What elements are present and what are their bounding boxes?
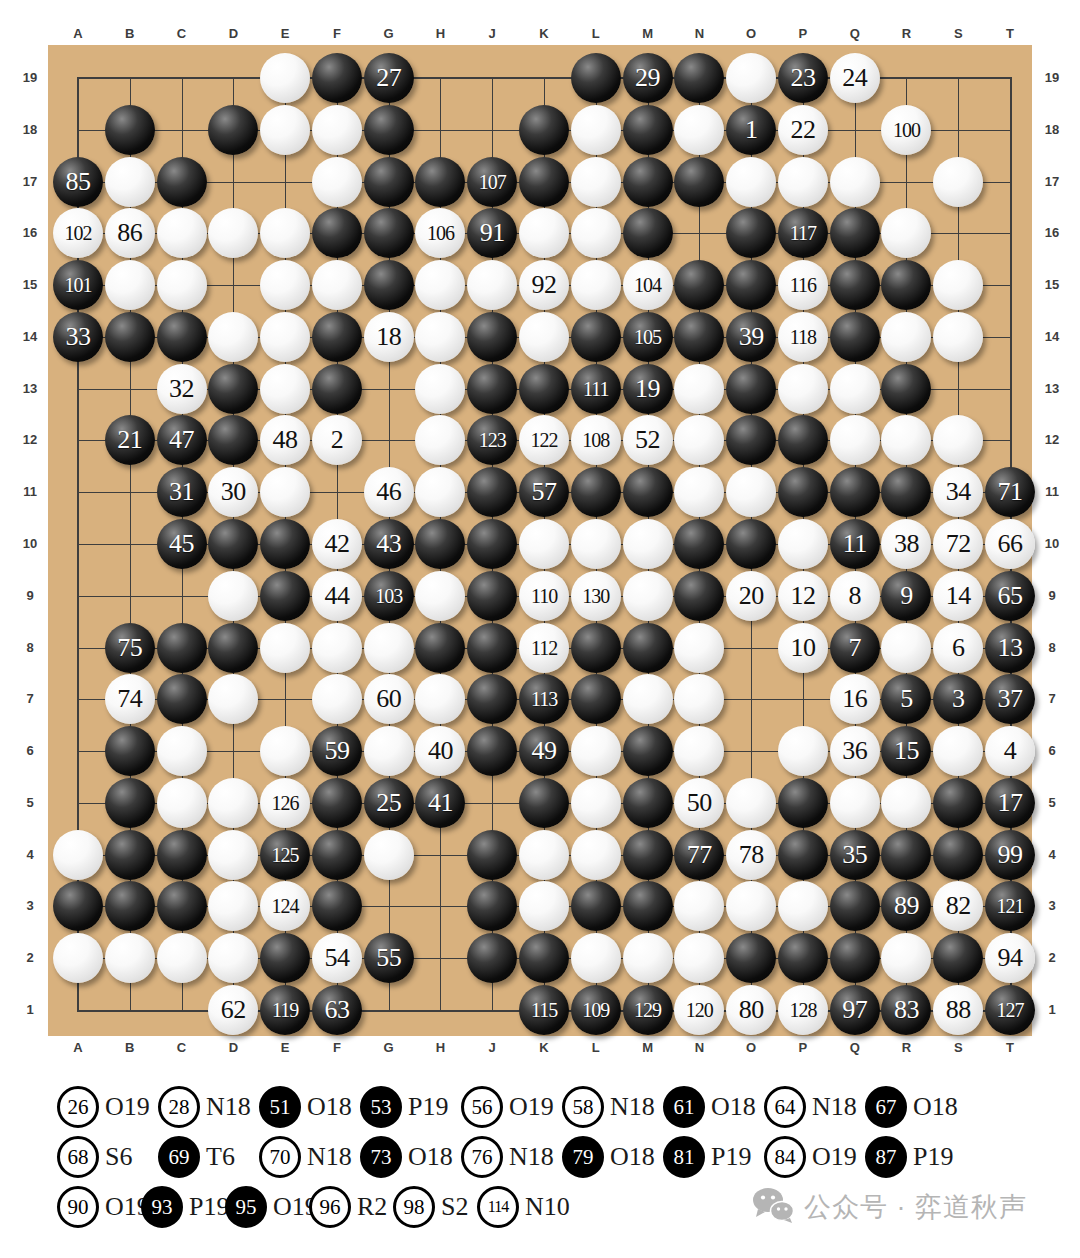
stone-C17 [157,157,207,207]
coord-right-17: 17 [1039,174,1065,189]
coord-top-K: K [531,26,557,41]
stone-G16 [364,208,414,258]
caption-stone-64: 64 [764,1086,806,1128]
stone-F8 [312,623,362,673]
move-number-T6: 4 [1004,738,1017,764]
stone-C6 [157,726,207,776]
move-number-H16: 106 [427,223,454,243]
coord-top-T: T [997,26,1023,41]
coord-bottom-J: J [479,1040,505,1055]
move-number-L12: 108 [582,430,609,450]
coord-left-13: 13 [17,381,43,396]
move-number-R6: 15 [894,738,919,764]
caption-stone-26: 26 [57,1086,99,1128]
move-number-T1: 127 [997,1000,1024,1020]
move-number-M19: 29 [635,65,660,91]
move-number-M12: 52 [635,427,660,453]
stone-L1: 109 [571,985,621,1035]
move-number-K15: 92 [532,272,557,298]
move-number-B12: 21 [117,427,142,453]
coord-left-14: 14 [17,329,43,344]
coord-left-2: 2 [17,950,43,965]
stone-Q6: 36 [830,726,880,776]
move-number-Q7: 16 [842,686,867,712]
coord-bottom-M: M [635,1040,661,1055]
stone-O19 [726,53,776,103]
move-number-K11: 57 [532,479,557,505]
coord-top-B: B [117,26,143,41]
coord-top-M: M [635,26,661,41]
stone-R9: 9 [881,571,931,621]
stone-S4 [933,830,983,880]
stone-P14: 118 [778,312,828,362]
coord-left-10: 10 [17,536,43,551]
stone-B5 [105,778,155,828]
caption-entry-move-90: 90O19 [57,1186,141,1228]
stone-K5 [519,778,569,828]
stone-D18 [208,105,258,155]
stone-M7 [623,674,673,724]
coord-left-7: 7 [17,691,43,706]
stone-Q9: 8 [830,571,880,621]
stone-O14: 39 [726,312,776,362]
move-number-O14: 39 [739,324,764,350]
stone-F5 [312,778,362,828]
coord-right-7: 7 [1039,691,1065,706]
caption-stone-58: 58 [562,1086,604,1128]
stone-E5: 126 [260,778,310,828]
move-number-T10: 66 [998,531,1023,557]
coord-right-2: 2 [1039,950,1065,965]
move-number-R18: 100 [893,120,920,140]
coord-bottom-B: B [117,1040,143,1055]
coord-bottom-H: H [427,1040,453,1055]
caption-entry-move-58: 58N18 [562,1086,663,1128]
stone-Q12 [830,415,880,465]
stone-J17: 107 [467,157,517,207]
move-number-S11: 34 [946,479,971,505]
stone-D5 [208,778,258,828]
stone-P13 [778,364,828,414]
coord-left-4: 4 [17,847,43,862]
stone-B4 [105,830,155,880]
coord-left-9: 9 [17,588,43,603]
stone-M10 [623,519,673,569]
stone-F13 [312,364,362,414]
stone-H13 [415,364,465,414]
move-number-S9: 14 [946,583,971,609]
move-number-M15: 104 [634,275,661,295]
move-number-L13: 111 [583,379,609,399]
stone-T11: 71 [985,467,1035,517]
stone-O18: 1 [726,105,776,155]
move-number-G19: 27 [376,65,401,91]
stone-A17: 85 [53,157,103,207]
caption-stone-95: 95 [225,1186,267,1228]
stone-T7: 37 [985,674,1035,724]
stone-O1: 80 [726,985,776,1035]
caption-entry-move-53: 53P19 [360,1086,461,1128]
stone-M6 [623,726,673,776]
coord-right-10: 10 [1039,536,1065,551]
move-number-R9: 9 [900,583,913,609]
stone-K4 [519,830,569,880]
move-number-Q10: 11 [843,531,867,557]
stone-L3 [571,881,621,931]
caption-entry-move-114: 114N10 [477,1186,561,1228]
move-number-S8: 6 [952,635,965,661]
coord-bottom-N: N [686,1040,712,1055]
stone-S17 [933,157,983,207]
caption-coord-69: T6 [206,1142,235,1172]
coord-bottom-S: S [945,1040,971,1055]
stone-N1: 120 [674,985,724,1035]
stone-T9: 65 [985,571,1035,621]
stone-B16: 86 [105,208,155,258]
move-number-E5: 126 [272,793,299,813]
caption-entry-move-70: 70N18 [259,1136,360,1178]
move-number-F1: 63 [324,997,349,1023]
move-number-J17: 107 [479,172,506,192]
move-number-T2: 94 [998,945,1023,971]
caption-stone-79: 79 [562,1136,604,1178]
coord-bottom-C: C [169,1040,195,1055]
stone-Q8: 7 [830,623,880,673]
coord-right-1: 1 [1039,1002,1065,1017]
move-number-E1: 119 [272,1000,298,1020]
move-number-P1: 128 [789,1000,816,1020]
move-number-N5: 50 [687,790,712,816]
move-number-K7: 113 [531,689,557,709]
caption-stone-87: 87 [865,1136,907,1178]
stone-N18 [674,105,724,155]
move-number-P15: 116 [790,275,816,295]
stone-L15 [571,260,621,310]
stone-A15: 101 [53,260,103,310]
stone-B7: 74 [105,674,155,724]
move-number-F12: 2 [331,427,344,453]
caption-stone-73: 73 [360,1136,402,1178]
caption-entry-move-67: 67O18 [865,1086,966,1128]
stone-H8 [415,623,465,673]
stone-E14 [260,312,310,362]
caption-entry-move-26: 26O19 [57,1086,158,1128]
coord-right-16: 16 [1039,225,1065,240]
stone-F17 [312,157,362,207]
stone-P16: 117 [778,208,828,258]
stone-C12: 47 [157,415,207,465]
caption-entry-move-98: 98S2 [393,1186,477,1228]
stone-F12: 2 [312,415,362,465]
move-number-L1: 109 [582,1000,609,1020]
caption-coord-93: P19 [189,1192,229,1222]
move-number-O4: 78 [739,842,764,868]
stone-Q2 [830,933,880,983]
stone-L9: 130 [571,571,621,621]
stone-Q10: 11 [830,519,880,569]
stone-L8 [571,623,621,673]
move-number-H5: 41 [428,790,453,816]
stone-P8: 10 [778,623,828,673]
stone-Q14 [830,312,880,362]
caption-stone-96: 96 [309,1186,351,1228]
stone-P4 [778,830,828,880]
caption-entry-move-51: 51O18 [259,1086,360,1128]
move-number-K9: 110 [531,586,557,606]
caption-entry-move-64: 64N18 [764,1086,865,1128]
stone-K10 [519,519,569,569]
stone-J9 [467,571,517,621]
stone-F19 [312,53,362,103]
stone-G15 [364,260,414,310]
stone-N4: 77 [674,830,724,880]
stone-T3: 121 [985,881,1035,931]
stone-G11: 46 [364,467,414,517]
move-number-R1: 83 [894,997,919,1023]
caption-coord-56: O19 [509,1092,554,1122]
stone-J14 [467,312,517,362]
stone-C13: 32 [157,364,207,414]
stone-O4: 78 [726,830,776,880]
move-number-O9: 20 [739,583,764,609]
stone-Q4: 35 [830,830,880,880]
move-number-D1: 62 [221,997,246,1023]
move-number-A16: 102 [65,223,92,243]
stone-L7 [571,674,621,724]
coord-top-E: E [272,26,298,41]
caption-stone-68: 68 [57,1136,99,1178]
coord-right-9: 9 [1039,588,1065,603]
move-number-G9: 103 [375,586,402,606]
caption-coord-26: O19 [105,1092,150,1122]
coord-left-11: 11 [17,484,43,499]
stone-G4 [364,830,414,880]
stone-F10: 42 [312,519,362,569]
move-number-F10: 42 [324,531,349,557]
move-number-H6: 40 [428,738,453,764]
stone-K17 [519,157,569,207]
caption-coord-87: P19 [913,1142,953,1172]
coord-left-12: 12 [17,432,43,447]
move-number-Q9: 8 [848,583,861,609]
stone-S10: 72 [933,519,983,569]
stone-G2: 55 [364,933,414,983]
stone-T2: 94 [985,933,1035,983]
coord-top-P: P [790,26,816,41]
coord-right-11: 11 [1039,484,1065,499]
stone-G18 [364,105,414,155]
move-number-G11: 46 [376,479,401,505]
move-number-K1: 115 [531,1000,557,1020]
stone-F4 [312,830,362,880]
stone-Q16 [830,208,880,258]
stone-C2 [157,933,207,983]
move-number-N1: 120 [686,1000,713,1020]
stone-F16 [312,208,362,258]
move-number-E4: 125 [272,845,299,865]
stone-M8 [623,623,673,673]
stone-H17 [415,157,465,207]
move-number-C10: 45 [169,531,194,557]
stone-Q5 [830,778,880,828]
stone-K18 [519,105,569,155]
stone-O10 [726,519,776,569]
stone-N14 [674,312,724,362]
coord-right-3: 3 [1039,898,1065,913]
caption-stone-98: 98 [393,1186,435,1228]
coord-right-6: 6 [1039,743,1065,758]
caption-entry-move-84: 84O19 [764,1136,865,1178]
stone-B6 [105,726,155,776]
stone-F7 [312,674,362,724]
stone-M19: 29 [623,53,673,103]
stone-T6: 4 [985,726,1035,776]
stone-H9 [415,571,465,621]
move-number-C13: 32 [169,376,194,402]
stone-G17 [364,157,414,207]
caption-stone-93: 93 [141,1186,183,1228]
stone-K14 [519,312,569,362]
stone-M16 [623,208,673,258]
coord-left-5: 5 [17,795,43,810]
stone-L12: 108 [571,415,621,465]
move-number-B8: 75 [117,635,142,661]
move-number-P18: 22 [790,117,815,143]
stone-S14 [933,312,983,362]
stone-M9 [623,571,673,621]
stone-F15 [312,260,362,310]
stone-M17 [623,157,673,207]
stone-J10 [467,519,517,569]
move-number-J12: 123 [479,430,506,450]
stone-C10: 45 [157,519,207,569]
coord-bottom-K: K [531,1040,557,1055]
stone-R8 [881,623,931,673]
stone-B17 [105,157,155,207]
stone-B18 [105,105,155,155]
move-number-S1: 88 [946,997,971,1023]
stone-J15 [467,260,517,310]
move-number-A17: 85 [66,169,91,195]
stone-K1: 115 [519,985,569,1035]
move-number-G5: 25 [376,790,401,816]
stone-M12: 52 [623,415,673,465]
stone-Q15 [830,260,880,310]
stone-D9 [208,571,258,621]
caption-stone-90: 90 [57,1186,99,1228]
coord-top-H: H [427,26,453,41]
caption-coord-98: S2 [441,1192,468,1222]
stone-P19: 23 [778,53,828,103]
coord-bottom-F: F [324,1040,350,1055]
move-number-R10: 38 [894,531,919,557]
coord-top-Q: Q [842,26,868,41]
stone-M5 [623,778,673,828]
caption-stone-67: 67 [865,1086,907,1128]
coord-bottom-R: R [893,1040,919,1055]
stone-L13: 111 [571,364,621,414]
stone-J4 [467,830,517,880]
caption-coord-58: N18 [610,1092,655,1122]
stone-S5 [933,778,983,828]
caption-stone-76: 76 [461,1136,503,1178]
stone-G5: 25 [364,778,414,828]
stone-T5: 17 [985,778,1035,828]
stone-L5 [571,778,621,828]
stone-D14 [208,312,258,362]
coord-right-5: 5 [1039,795,1065,810]
stone-E6 [260,726,310,776]
stone-C5 [157,778,207,828]
move-number-G7: 60 [376,686,401,712]
stone-N8 [674,623,724,673]
coord-left-16: 16 [17,225,43,240]
stone-K2 [519,933,569,983]
caption-coord-84: O19 [812,1142,857,1172]
stone-N13 [674,364,724,414]
stone-K9: 110 [519,571,569,621]
stone-O15 [726,260,776,310]
caption-entry-move-69: 69T6 [158,1136,259,1178]
stone-S1: 88 [933,985,983,1035]
coord-bottom-E: E [272,1040,298,1055]
stone-C3 [157,881,207,931]
stone-O13 [726,364,776,414]
caption-coord-73: O18 [408,1142,453,1172]
stone-O17 [726,157,776,207]
caption-coord-61: O18 [711,1092,756,1122]
stone-G6 [364,726,414,776]
stone-L16 [571,208,621,258]
stone-C16 [157,208,207,258]
stone-C15 [157,260,207,310]
move-number-A15: 101 [65,275,92,295]
coord-bottom-P: P [790,1040,816,1055]
move-number-K6: 49 [532,738,557,764]
move-number-O1: 80 [739,997,764,1023]
stone-C11: 31 [157,467,207,517]
coord-right-12: 12 [1039,432,1065,447]
stone-D1: 62 [208,985,258,1035]
coord-bottom-A: A [65,1040,91,1055]
move-number-K12: 122 [531,430,558,450]
move-number-M13: 19 [635,376,660,402]
stone-A4 [53,830,103,880]
caption-entry-move-95: 95O19 [225,1186,309,1228]
caption-stone-114: 114 [477,1186,519,1228]
stone-T4: 99 [985,830,1035,880]
caption-entry-move-68: 68S6 [57,1136,158,1178]
caption-stone-28: 28 [158,1086,200,1128]
move-number-C12: 47 [169,427,194,453]
stone-F2: 54 [312,933,362,983]
stone-P5 [778,778,828,828]
stone-S9: 14 [933,571,983,621]
coord-top-N: N [686,26,712,41]
stone-B3 [105,881,155,931]
stone-G7: 60 [364,674,414,724]
coord-top-C: C [169,26,195,41]
stone-D10 [208,519,258,569]
caption-entry-move-28: 28N18 [158,1086,259,1128]
move-number-G14: 18 [376,324,401,350]
caption-coord-114: N10 [525,1192,570,1222]
caption-row-2: 68S669T670N1873O1876N1879O1881P1984O1987… [57,1135,1037,1179]
stone-K8: 112 [519,623,569,673]
move-number-C11: 31 [169,479,194,505]
move-number-F6: 59 [324,738,349,764]
coord-bottom-L: L [583,1040,609,1055]
